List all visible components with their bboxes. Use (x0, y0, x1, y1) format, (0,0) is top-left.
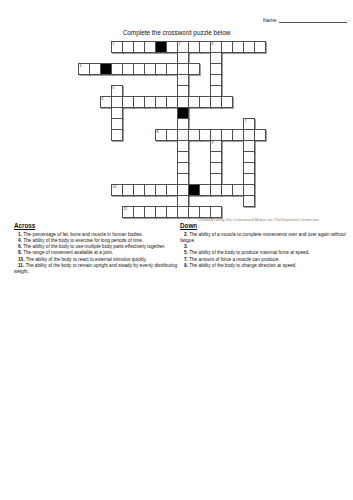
clue-number: 6. (18, 244, 22, 249)
name-blank-line (279, 17, 347, 23)
down-section: Down 2. The ability of a muscle to compl… (180, 222, 350, 269)
clue-number: 4. (18, 238, 22, 243)
grid-cell[interactable] (221, 96, 233, 108)
clue-number: 7. (184, 257, 188, 262)
grid-cell[interactable] (111, 129, 123, 141)
cell-number: 6 (102, 97, 104, 101)
clue-number: 9. (184, 263, 188, 268)
clue-item: 9. The ability of the body to change dir… (180, 263, 350, 269)
grid-cell[interactable] (254, 129, 266, 141)
cell-number: 9 (212, 141, 214, 145)
cell-number: 3 (212, 42, 214, 46)
clue-number: 10. (18, 257, 25, 262)
across-section: Across 1. The percentage of fat, bone an… (14, 222, 180, 276)
cell-number: 8 (157, 130, 159, 134)
cell-number: 5 (113, 86, 115, 90)
down-header: Down (180, 222, 350, 229)
clue-number: 5. (184, 250, 188, 255)
grid-cell[interactable] (243, 195, 255, 207)
crossword-grid: 1234567891011 (78, 41, 267, 219)
name-field: Name: (263, 17, 347, 23)
clue-number: 8. (18, 250, 22, 255)
clue-number: 3. (184, 244, 188, 249)
clue-number: 11. (18, 263, 24, 268)
across-header: Across (14, 222, 180, 229)
cell-number: 1 (113, 42, 115, 46)
clue-item: 2. The ability of a muscle to complete m… (180, 232, 350, 245)
clue-item: 11. The ability of the body to remain up… (14, 263, 180, 276)
grid-cell[interactable] (188, 63, 200, 75)
worksheet-page: Name: Complete the crossword puzzle belo… (0, 0, 353, 500)
grid-cell[interactable] (254, 41, 266, 53)
cell-number: 11 (124, 207, 128, 211)
cell-number: 4 (80, 64, 82, 68)
down-clue-list: 2. The ability of a muscle to complete m… (180, 232, 350, 270)
clue-number: 2. (184, 232, 188, 237)
cell-number: 10 (113, 185, 117, 189)
cell-number: 2 (179, 42, 181, 46)
cell-number: 7 (245, 119, 247, 123)
name-label: Name: (263, 17, 278, 23)
clue-number: 1. (18, 232, 22, 237)
across-clue-list: 1. The percentage of fat, bone and muscl… (14, 232, 180, 276)
page-title: Complete the crossword puzzle below (0, 29, 353, 36)
